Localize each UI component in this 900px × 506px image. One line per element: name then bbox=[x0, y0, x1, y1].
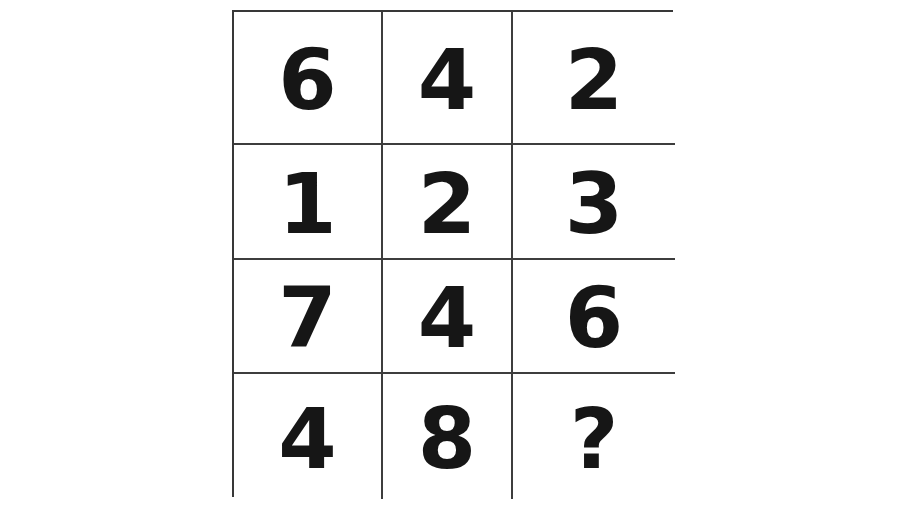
cell-r3c1: 7 bbox=[234, 260, 383, 374]
cell-r3c2: 4 bbox=[383, 260, 513, 374]
cell-r1c1: 6 bbox=[234, 12, 383, 145]
cell-r1c3: 2 bbox=[513, 12, 675, 145]
puzzle-grid: 6 4 2 1 2 3 7 4 6 4 8 ? bbox=[232, 10, 673, 497]
cell-r4c2: 8 bbox=[383, 374, 513, 499]
cell-r2c3: 3 bbox=[513, 145, 675, 260]
cell-r4c1: 4 bbox=[234, 374, 383, 499]
cell-r3c3: 6 bbox=[513, 260, 675, 374]
cell-r2c2: 2 bbox=[383, 145, 513, 260]
cell-r1c2: 4 bbox=[383, 12, 513, 145]
cell-r2c1: 1 bbox=[234, 145, 383, 260]
puzzle-page: 6 4 2 1 2 3 7 4 6 4 8 ? bbox=[0, 0, 900, 506]
cell-r4c3-question: ? bbox=[513, 374, 675, 499]
